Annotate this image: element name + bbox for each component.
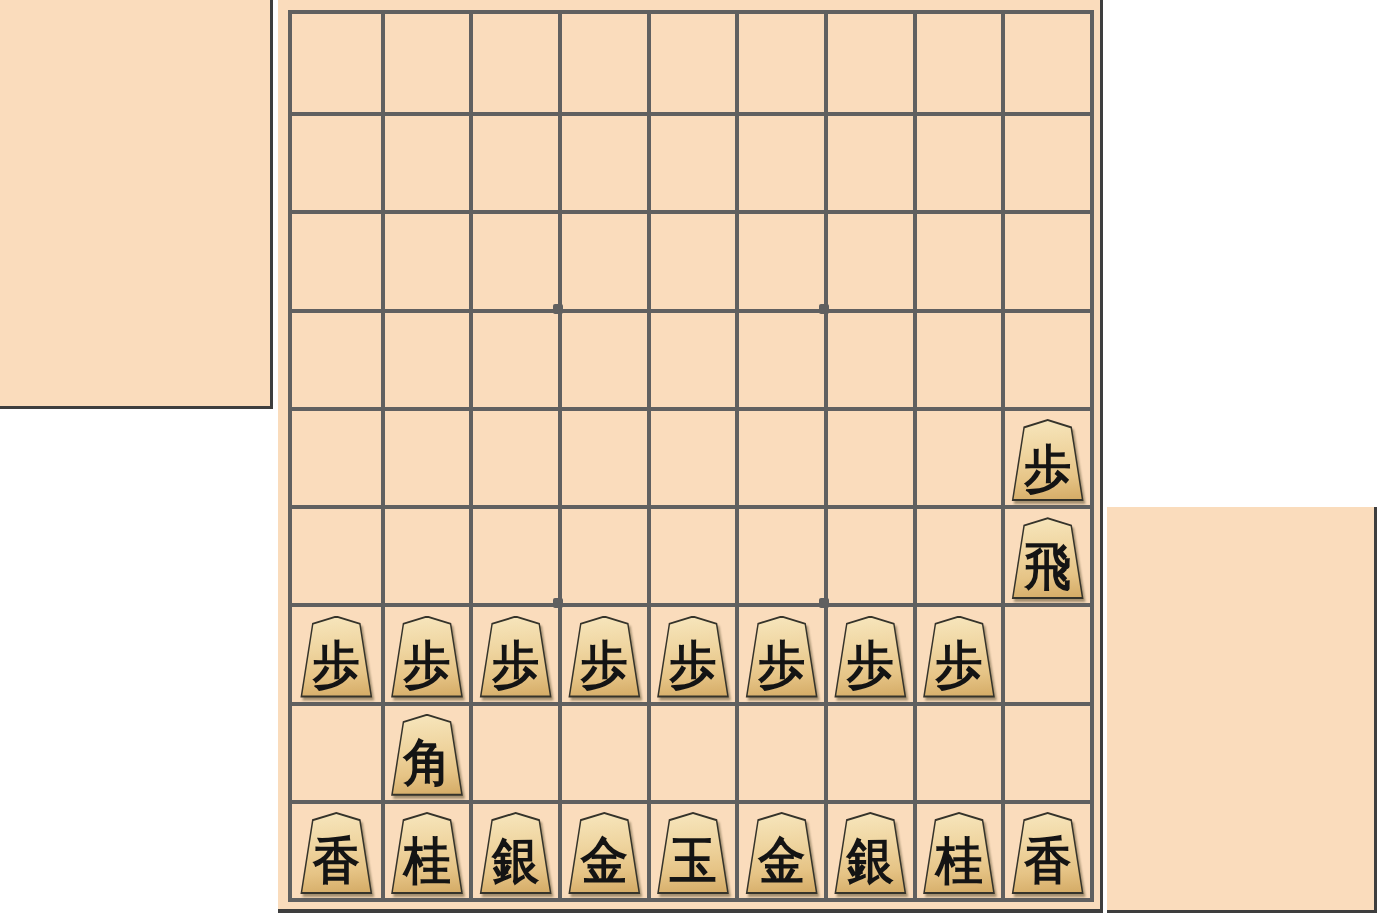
- square-5d[interactable]: [647, 309, 736, 407]
- square-6a[interactable]: [558, 14, 647, 112]
- square-6i[interactable]: 金: [558, 800, 647, 898]
- square-8i[interactable]: 桂: [381, 800, 470, 898]
- koma-kanji: 玉: [669, 820, 716, 886]
- square-9b[interactable]: [292, 112, 381, 210]
- square-8h[interactable]: 角: [381, 702, 470, 800]
- square-7h[interactable]: [469, 702, 558, 800]
- square-7g[interactable]: 歩: [469, 603, 558, 701]
- koma-kanji: 歩: [1024, 427, 1071, 493]
- square-6c[interactable]: [558, 210, 647, 308]
- koma-kanji: 歩: [758, 624, 805, 690]
- square-6f[interactable]: [558, 505, 647, 603]
- piece-sente-pawn[interactable]: 歩: [920, 616, 998, 698]
- square-9c[interactable]: [292, 210, 381, 308]
- koma-kanji: 香: [1024, 820, 1071, 886]
- square-2a[interactable]: [913, 14, 1002, 112]
- square-1g[interactable]: [1001, 603, 1090, 701]
- square-5e[interactable]: [647, 407, 736, 505]
- piece-sente-pawn[interactable]: 歩: [831, 616, 909, 698]
- square-5h[interactable]: [647, 702, 736, 800]
- koma-body: 歩: [745, 618, 819, 696]
- koma-body: 金: [745, 814, 819, 892]
- piece-sente-bishop[interactable]: 角: [388, 714, 466, 796]
- koma-kanji: 歩: [935, 624, 982, 690]
- koma-body: 銀: [479, 814, 553, 892]
- piece-sente-gold[interactable]: 金: [565, 812, 643, 894]
- koma-body: 歩: [1011, 421, 1085, 499]
- square-5g[interactable]: 歩: [647, 603, 736, 701]
- square-1e[interactable]: 歩: [1001, 407, 1090, 505]
- square-2f[interactable]: [913, 505, 1002, 603]
- square-3e[interactable]: [824, 407, 913, 505]
- square-1h[interactable]: [1001, 702, 1090, 800]
- square-3h[interactable]: [824, 702, 913, 800]
- square-8f[interactable]: [381, 505, 470, 603]
- koma-kanji: 歩: [847, 624, 894, 690]
- square-9h[interactable]: [292, 702, 381, 800]
- koma-kanji: 金: [581, 820, 628, 886]
- piece-sente-king[interactable]: 玉: [654, 812, 732, 894]
- square-2b[interactable]: [913, 112, 1002, 210]
- piece-sente-pawn[interactable]: 歩: [1009, 419, 1087, 501]
- koma-body: 玉: [656, 814, 730, 892]
- koma-body: 金: [567, 814, 641, 892]
- koma-body: 桂: [922, 814, 996, 892]
- square-5b[interactable]: [647, 112, 736, 210]
- koma-body: 銀: [833, 814, 907, 892]
- square-1f[interactable]: 飛: [1001, 505, 1090, 603]
- koma-body: 桂: [390, 814, 464, 892]
- piece-sente-pawn[interactable]: 歩: [388, 616, 466, 698]
- hoshi-star-point: [819, 304, 829, 314]
- shogi-board: 歩飛歩歩歩歩歩歩歩歩角香桂銀金玉金銀桂香: [278, 0, 1103, 913]
- square-3f[interactable]: [824, 505, 913, 603]
- piece-sente-knight[interactable]: 桂: [920, 812, 998, 894]
- square-2g[interactable]: 歩: [913, 603, 1002, 701]
- piece-sente-silver[interactable]: 銀: [831, 812, 909, 894]
- koma-kanji: 角: [403, 722, 450, 788]
- piece-sente-knight[interactable]: 桂: [388, 812, 466, 894]
- square-8b[interactable]: [381, 112, 470, 210]
- square-8c[interactable]: [381, 210, 470, 308]
- square-7a[interactable]: [469, 14, 558, 112]
- square-8e[interactable]: [381, 407, 470, 505]
- koma-body: 歩: [567, 618, 641, 696]
- square-4h[interactable]: [735, 702, 824, 800]
- square-1b[interactable]: [1001, 112, 1090, 210]
- piece-sente-pawn[interactable]: 歩: [654, 616, 732, 698]
- square-7c[interactable]: [469, 210, 558, 308]
- square-3g[interactable]: 歩: [824, 603, 913, 701]
- square-6e[interactable]: [558, 407, 647, 505]
- square-1c[interactable]: [1001, 210, 1090, 308]
- square-2e[interactable]: [913, 407, 1002, 505]
- piece-sente-rook[interactable]: 飛: [1009, 517, 1087, 599]
- koma-kanji: 歩: [403, 624, 450, 690]
- gote-piece-stand[interactable]: [0, 0, 273, 409]
- square-2c[interactable]: [913, 210, 1002, 308]
- square-7i[interactable]: 銀: [469, 800, 558, 898]
- piece-sente-lance[interactable]: 香: [297, 812, 375, 894]
- hoshi-star-point: [819, 598, 829, 608]
- square-7f[interactable]: [469, 505, 558, 603]
- piece-sente-gold[interactable]: 金: [743, 812, 821, 894]
- square-1a[interactable]: [1001, 14, 1090, 112]
- piece-sente-silver[interactable]: 銀: [477, 812, 555, 894]
- square-3b[interactable]: [824, 112, 913, 210]
- square-4f[interactable]: [735, 505, 824, 603]
- square-7e[interactable]: [469, 407, 558, 505]
- square-9g[interactable]: 歩: [292, 603, 381, 701]
- square-5a[interactable]: [647, 14, 736, 112]
- koma-kanji: 桂: [403, 820, 450, 886]
- square-6d[interactable]: [558, 309, 647, 407]
- square-9e[interactable]: [292, 407, 381, 505]
- piece-sente-pawn[interactable]: 歩: [297, 616, 375, 698]
- koma-kanji: 歩: [581, 624, 628, 690]
- square-4e[interactable]: [735, 407, 824, 505]
- square-3a[interactable]: [824, 14, 913, 112]
- square-4c[interactable]: [735, 210, 824, 308]
- square-6g[interactable]: 歩: [558, 603, 647, 701]
- square-8d[interactable]: [381, 309, 470, 407]
- koma-body: 歩: [656, 618, 730, 696]
- piece-sente-lance[interactable]: 香: [1009, 812, 1087, 894]
- koma-body: 歩: [390, 618, 464, 696]
- koma-kanji: 香: [313, 820, 360, 886]
- koma-kanji: 銀: [847, 820, 894, 886]
- square-1d[interactable]: [1001, 309, 1090, 407]
- square-7b[interactable]: [469, 112, 558, 210]
- square-1i[interactable]: 香: [1001, 800, 1090, 898]
- koma-kanji: 歩: [669, 624, 716, 690]
- square-8a[interactable]: [381, 14, 470, 112]
- square-5f[interactable]: [647, 505, 736, 603]
- square-4i[interactable]: 金: [735, 800, 824, 898]
- square-4b[interactable]: [735, 112, 824, 210]
- square-6h[interactable]: [558, 702, 647, 800]
- square-8g[interactable]: 歩: [381, 603, 470, 701]
- koma-body: 香: [1011, 814, 1085, 892]
- hoshi-star-point: [553, 598, 563, 608]
- shogi-grid: 歩飛歩歩歩歩歩歩歩歩角香桂銀金玉金銀桂香: [288, 10, 1094, 902]
- koma-body: 歩: [479, 618, 553, 696]
- koma-kanji: 金: [758, 820, 805, 886]
- square-9i[interactable]: 香: [292, 800, 381, 898]
- koma-kanji: 桂: [935, 820, 982, 886]
- koma-kanji: 歩: [492, 624, 539, 690]
- square-2i[interactable]: 桂: [913, 800, 1002, 898]
- koma-body: 香: [299, 814, 373, 892]
- koma-kanji: 歩: [313, 624, 360, 690]
- sente-piece-stand[interactable]: [1107, 507, 1377, 913]
- page: { "game": "shogi", "position": { "sfen":…: [0, 0, 1380, 916]
- square-9f[interactable]: [292, 505, 381, 603]
- square-4d[interactable]: [735, 309, 824, 407]
- square-3i[interactable]: 銀: [824, 800, 913, 898]
- square-9a[interactable]: [292, 14, 381, 112]
- koma-body: 歩: [922, 618, 996, 696]
- piece-sente-pawn[interactable]: 歩: [565, 616, 643, 698]
- square-5i[interactable]: 玉: [647, 800, 736, 898]
- piece-sente-pawn[interactable]: 歩: [477, 616, 555, 698]
- square-6b[interactable]: [558, 112, 647, 210]
- hoshi-star-point: [553, 304, 563, 314]
- koma-kanji: 飛: [1024, 525, 1071, 591]
- square-3c[interactable]: [824, 210, 913, 308]
- square-2h[interactable]: [913, 702, 1002, 800]
- koma-body: 歩: [299, 618, 373, 696]
- koma-kanji: 銀: [492, 820, 539, 886]
- koma-body: 飛: [1011, 519, 1085, 597]
- koma-body: 角: [390, 716, 464, 794]
- square-2d[interactable]: [913, 309, 1002, 407]
- piece-sente-pawn[interactable]: 歩: [743, 616, 821, 698]
- koma-body: 歩: [833, 618, 907, 696]
- square-3d[interactable]: [824, 309, 913, 407]
- square-4g[interactable]: 歩: [735, 603, 824, 701]
- square-5c[interactable]: [647, 210, 736, 308]
- square-4a[interactable]: [735, 14, 824, 112]
- square-9d[interactable]: [292, 309, 381, 407]
- square-7d[interactable]: [469, 309, 558, 407]
